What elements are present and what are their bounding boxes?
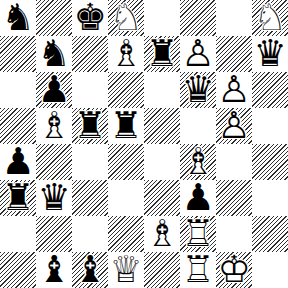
square-d3[interactable] [108,180,144,216]
piece-black-rook: ♜♜ [108,108,144,144]
piece-glyph: ♚ [72,0,108,36]
square-c2[interactable] [72,216,108,252]
square-b5[interactable]: ♝♗ [36,108,72,144]
piece-glyph: ♜ [108,108,144,144]
piece-white-rook: ♜♖ [180,216,216,252]
square-b4[interactable] [36,144,72,180]
piece-white-rook: ♜♖ [180,252,216,288]
piece-glyph: ♙ [216,72,252,108]
square-c7[interactable] [72,36,108,72]
square-c1[interactable]: ♝♝ [72,252,108,288]
piece-glyph: ♞ [0,0,36,36]
piece-glyph: ♛ [180,72,216,108]
piece-glyph: ♖ [180,252,216,288]
piece-black-king: ♚♚ [72,0,108,36]
square-c5[interactable]: ♜♜ [72,108,108,144]
piece-glyph: ♗ [180,144,216,180]
square-g5[interactable]: ♟♙ [216,108,252,144]
piece-white-pawn: ♟♙ [216,108,252,144]
piece-glyph: ♙ [216,108,252,144]
square-h6[interactable] [252,72,288,108]
square-g4[interactable] [216,144,252,180]
piece-black-pawn: ♟♟ [36,72,72,108]
square-d8[interactable]: ♞♘ [108,0,144,36]
piece-white-king: ♚♔ [216,252,252,288]
piece-black-queen: ♛♛ [180,72,216,108]
square-a2[interactable] [0,216,36,252]
square-d5[interactable]: ♜♜ [108,108,144,144]
piece-black-rook: ♜♜ [144,36,180,72]
piece-glyph: ♟ [36,72,72,108]
chess-board: ♞♞♚♚♞♘♞♘♞♞♝♗♜♜♟♙♛♛♟♟♛♛♟♙♝♗♜♜♜♜♟♙♟♟♝♗♜♜♛♛… [0,0,288,288]
square-f5[interactable] [180,108,216,144]
square-a8[interactable]: ♞♞ [0,0,36,36]
square-h3[interactable] [252,180,288,216]
piece-glyph: ♖ [180,216,216,252]
square-f3[interactable]: ♟♟ [180,180,216,216]
square-e1[interactable] [144,252,180,288]
square-d6[interactable] [108,72,144,108]
square-f8[interactable] [180,0,216,36]
square-e5[interactable] [144,108,180,144]
square-e6[interactable] [144,72,180,108]
square-f6[interactable]: ♛♛ [180,72,216,108]
square-c3[interactable] [72,180,108,216]
square-b8[interactable] [36,0,72,36]
piece-glyph: ♛ [252,36,288,72]
square-a4[interactable]: ♟♟ [0,144,36,180]
square-b2[interactable] [36,216,72,252]
piece-white-queen: ♛♕ [108,252,144,288]
square-a5[interactable] [0,108,36,144]
piece-black-rook: ♜♜ [72,108,108,144]
square-f7[interactable]: ♟♙ [180,36,216,72]
piece-black-bishop: ♝♝ [36,252,72,288]
piece-white-bishop: ♝♗ [108,36,144,72]
piece-glyph: ♗ [108,36,144,72]
piece-glyph: ♙ [180,36,216,72]
square-c4[interactable] [72,144,108,180]
piece-black-pawn: ♟♟ [180,180,216,216]
piece-glyph: ♟ [0,144,36,180]
piece-white-bishop: ♝♗ [36,108,72,144]
piece-black-knight: ♞♞ [36,36,72,72]
square-e4[interactable] [144,144,180,180]
piece-black-rook: ♜♜ [0,180,36,216]
square-g1[interactable]: ♚♔ [216,252,252,288]
square-a7[interactable] [0,36,36,72]
square-e3[interactable] [144,180,180,216]
square-b6[interactable]: ♟♟ [36,72,72,108]
square-c8[interactable]: ♚♚ [72,0,108,36]
square-d7[interactable]: ♝♗ [108,36,144,72]
piece-glyph: ♘ [108,0,144,36]
piece-black-queen: ♛♛ [252,36,288,72]
piece-white-pawn: ♟♙ [216,72,252,108]
square-e2[interactable]: ♝♗ [144,216,180,252]
square-b1[interactable]: ♝♝ [36,252,72,288]
square-h1[interactable] [252,252,288,288]
square-d1[interactable]: ♛♕ [108,252,144,288]
piece-white-knight: ♞♘ [108,0,144,36]
piece-white-knight: ♞♘ [252,0,288,36]
square-f2[interactable]: ♜♖ [180,216,216,252]
square-e8[interactable] [144,0,180,36]
square-g3[interactable] [216,180,252,216]
piece-glyph: ♗ [144,216,180,252]
square-h2[interactable] [252,216,288,252]
square-h8[interactable]: ♞♘ [252,0,288,36]
piece-glyph: ♕ [108,252,144,288]
piece-glyph: ♞ [36,36,72,72]
piece-glyph: ♘ [252,0,288,36]
piece-glyph: ♗ [36,108,72,144]
square-g7[interactable] [216,36,252,72]
piece-black-queen: ♛♛ [36,180,72,216]
piece-glyph: ♛ [36,180,72,216]
piece-black-bishop: ♝♝ [72,252,108,288]
square-g2[interactable] [216,216,252,252]
piece-white-bishop: ♝♗ [144,216,180,252]
square-d2[interactable] [108,216,144,252]
piece-white-pawn: ♟♙ [180,36,216,72]
piece-black-pawn: ♟♟ [0,144,36,180]
square-g8[interactable] [216,0,252,36]
piece-glyph: ♝ [72,252,108,288]
square-g6[interactable]: ♟♙ [216,72,252,108]
square-h4[interactable] [252,144,288,180]
square-e7[interactable]: ♜♜ [144,36,180,72]
square-h7[interactable]: ♛♛ [252,36,288,72]
square-h5[interactable] [252,108,288,144]
square-a3[interactable]: ♜♜ [0,180,36,216]
square-f4[interactable]: ♝♗ [180,144,216,180]
piece-glyph: ♜ [0,180,36,216]
square-b7[interactable]: ♞♞ [36,36,72,72]
square-a6[interactable] [0,72,36,108]
piece-white-bishop: ♝♗ [180,144,216,180]
piece-black-knight: ♞♞ [0,0,36,36]
piece-glyph: ♜ [72,108,108,144]
piece-glyph: ♔ [216,252,252,288]
piece-glyph: ♝ [36,252,72,288]
square-d4[interactable] [108,144,144,180]
square-b3[interactable]: ♛♛ [36,180,72,216]
square-c6[interactable] [72,72,108,108]
piece-glyph: ♟ [180,180,216,216]
piece-glyph: ♜ [144,36,180,72]
square-f1[interactable]: ♜♖ [180,252,216,288]
square-a1[interactable] [0,252,36,288]
